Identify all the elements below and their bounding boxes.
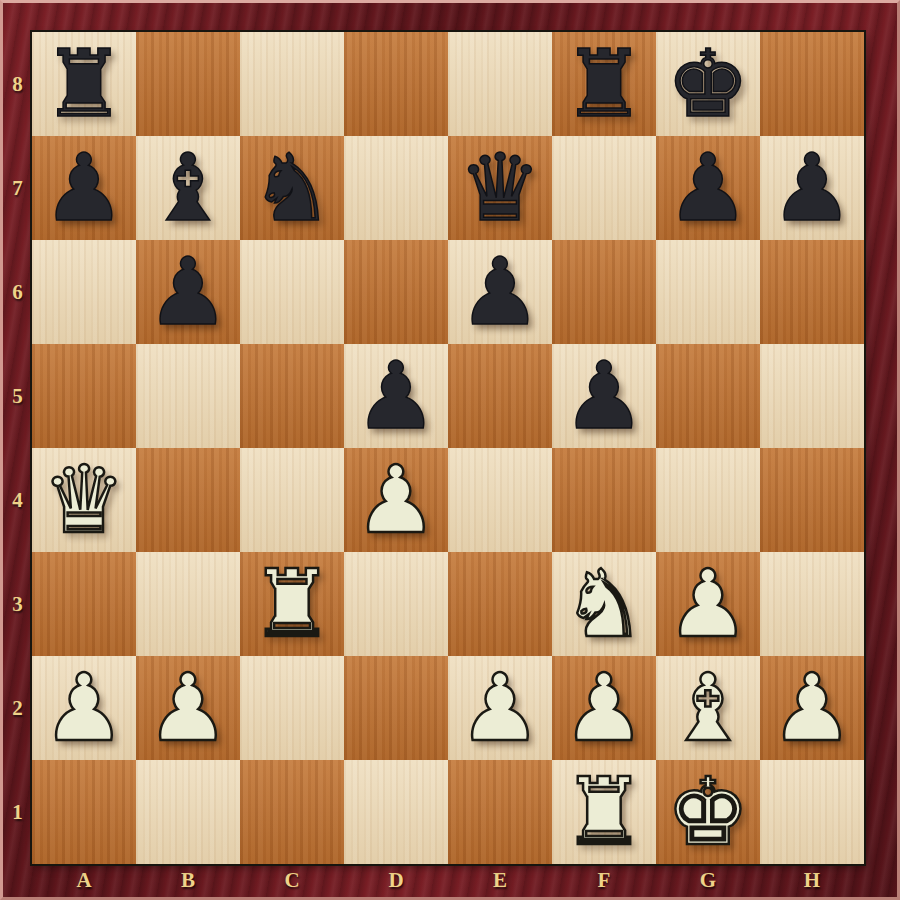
square-g7[interactable]: ♟ bbox=[656, 136, 760, 240]
square-d2[interactable] bbox=[344, 656, 448, 760]
square-d3[interactable] bbox=[344, 552, 448, 656]
white-bishop[interactable]: ♝ bbox=[666, 656, 749, 760]
square-a1[interactable] bbox=[32, 760, 136, 864]
square-e3[interactable] bbox=[448, 552, 552, 656]
black-pawn[interactable]: ♟ bbox=[354, 344, 437, 448]
square-c7[interactable]: ♞ bbox=[240, 136, 344, 240]
black-pawn[interactable]: ♟ bbox=[458, 240, 541, 344]
white-pawn[interactable]: ♟ bbox=[42, 656, 125, 760]
square-g1[interactable]: ♚ bbox=[656, 760, 760, 864]
square-d7[interactable] bbox=[344, 136, 448, 240]
square-e4[interactable] bbox=[448, 448, 552, 552]
square-c5[interactable] bbox=[240, 344, 344, 448]
board-frame: ♜♜♚♟♝♞♛♟♟♟♟♟♟♛♟♜♞♟♟♟♟♟♝♟♜♚87654321ABCDEF… bbox=[0, 0, 900, 900]
square-c8[interactable] bbox=[240, 32, 344, 136]
square-e1[interactable] bbox=[448, 760, 552, 864]
square-h3[interactable] bbox=[760, 552, 864, 656]
square-b3[interactable] bbox=[136, 552, 240, 656]
square-a5[interactable] bbox=[32, 344, 136, 448]
black-pawn[interactable]: ♟ bbox=[146, 240, 229, 344]
black-pawn[interactable]: ♟ bbox=[42, 136, 125, 240]
white-pawn[interactable]: ♟ bbox=[146, 656, 229, 760]
square-a6[interactable] bbox=[32, 240, 136, 344]
square-d5[interactable]: ♟ bbox=[344, 344, 448, 448]
square-h8[interactable] bbox=[760, 32, 864, 136]
square-e6[interactable]: ♟ bbox=[448, 240, 552, 344]
square-c3[interactable]: ♜ bbox=[240, 552, 344, 656]
black-bishop[interactable]: ♝ bbox=[146, 136, 229, 240]
square-f2[interactable]: ♟ bbox=[552, 656, 656, 760]
rank-label-8: 8 bbox=[3, 32, 32, 136]
square-h4[interactable] bbox=[760, 448, 864, 552]
square-e8[interactable] bbox=[448, 32, 552, 136]
black-pawn[interactable]: ♟ bbox=[666, 136, 749, 240]
white-rook[interactable]: ♜ bbox=[250, 552, 333, 656]
square-f7[interactable] bbox=[552, 136, 656, 240]
black-pawn[interactable]: ♟ bbox=[770, 136, 853, 240]
black-queen[interactable]: ♛ bbox=[458, 136, 541, 240]
file-label-d: D bbox=[344, 864, 448, 897]
file-label-c: C bbox=[240, 864, 344, 897]
file-label-e: E bbox=[448, 864, 552, 897]
square-b2[interactable]: ♟ bbox=[136, 656, 240, 760]
white-pawn[interactable]: ♟ bbox=[666, 552, 749, 656]
square-f1[interactable]: ♜ bbox=[552, 760, 656, 864]
square-g5[interactable] bbox=[656, 344, 760, 448]
square-f5[interactable]: ♟ bbox=[552, 344, 656, 448]
square-f4[interactable] bbox=[552, 448, 656, 552]
square-h2[interactable]: ♟ bbox=[760, 656, 864, 760]
square-d6[interactable] bbox=[344, 240, 448, 344]
square-g2[interactable]: ♝ bbox=[656, 656, 760, 760]
rank-label-5: 5 bbox=[3, 344, 32, 448]
square-a2[interactable]: ♟ bbox=[32, 656, 136, 760]
square-c6[interactable] bbox=[240, 240, 344, 344]
file-label-a: A bbox=[32, 864, 136, 897]
square-b6[interactable]: ♟ bbox=[136, 240, 240, 344]
file-label-f: F bbox=[552, 864, 656, 897]
black-king[interactable]: ♚ bbox=[666, 32, 749, 136]
rank-label-1: 1 bbox=[3, 760, 32, 864]
square-e5[interactable] bbox=[448, 344, 552, 448]
square-d4[interactable]: ♟ bbox=[344, 448, 448, 552]
square-d1[interactable] bbox=[344, 760, 448, 864]
square-g4[interactable] bbox=[656, 448, 760, 552]
square-g6[interactable] bbox=[656, 240, 760, 344]
square-b5[interactable] bbox=[136, 344, 240, 448]
square-f3[interactable]: ♞ bbox=[552, 552, 656, 656]
rank-label-2: 2 bbox=[3, 656, 32, 760]
black-knight[interactable]: ♞ bbox=[250, 136, 333, 240]
square-b1[interactable] bbox=[136, 760, 240, 864]
square-h6[interactable] bbox=[760, 240, 864, 344]
square-b8[interactable] bbox=[136, 32, 240, 136]
square-f6[interactable] bbox=[552, 240, 656, 344]
square-f8[interactable]: ♜ bbox=[552, 32, 656, 136]
square-c1[interactable] bbox=[240, 760, 344, 864]
white-pawn[interactable]: ♟ bbox=[458, 656, 541, 760]
rank-label-6: 6 bbox=[3, 240, 32, 344]
square-a7[interactable]: ♟ bbox=[32, 136, 136, 240]
white-queen[interactable]: ♛ bbox=[42, 448, 125, 552]
square-b7[interactable]: ♝ bbox=[136, 136, 240, 240]
file-label-h: H bbox=[760, 864, 864, 897]
square-e2[interactable]: ♟ bbox=[448, 656, 552, 760]
square-d8[interactable] bbox=[344, 32, 448, 136]
white-king[interactable]: ♚ bbox=[666, 760, 749, 864]
rank-label-7: 7 bbox=[3, 136, 32, 240]
square-g3[interactable]: ♟ bbox=[656, 552, 760, 656]
square-c2[interactable] bbox=[240, 656, 344, 760]
square-a8[interactable]: ♜ bbox=[32, 32, 136, 136]
square-b4[interactable] bbox=[136, 448, 240, 552]
rank-label-3: 3 bbox=[3, 552, 32, 656]
file-label-b: B bbox=[136, 864, 240, 897]
white-knight[interactable]: ♞ bbox=[562, 552, 645, 656]
square-c4[interactable] bbox=[240, 448, 344, 552]
black-rook[interactable]: ♜ bbox=[562, 32, 645, 136]
square-h5[interactable] bbox=[760, 344, 864, 448]
white-pawn[interactable]: ♟ bbox=[354, 448, 437, 552]
black-pawn[interactable]: ♟ bbox=[562, 344, 645, 448]
white-pawn[interactable]: ♟ bbox=[562, 656, 645, 760]
square-a4[interactable]: ♛ bbox=[32, 448, 136, 552]
square-h7[interactable]: ♟ bbox=[760, 136, 864, 240]
square-a3[interactable] bbox=[32, 552, 136, 656]
white-rook[interactable]: ♜ bbox=[562, 760, 645, 864]
black-rook[interactable]: ♜ bbox=[42, 32, 125, 136]
square-e7[interactable]: ♛ bbox=[448, 136, 552, 240]
rank-label-4: 4 bbox=[3, 448, 32, 552]
square-h1[interactable] bbox=[760, 760, 864, 864]
white-pawn[interactable]: ♟ bbox=[770, 656, 853, 760]
square-g8[interactable]: ♚ bbox=[656, 32, 760, 136]
file-label-g: G bbox=[656, 864, 760, 897]
